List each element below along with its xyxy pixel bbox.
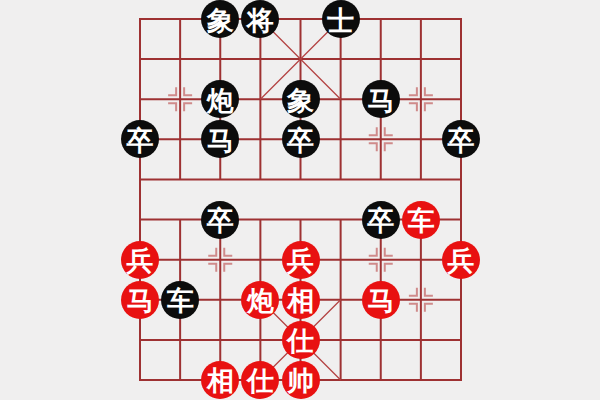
board-point-c3r4[interactable] — [240, 159, 280, 199]
board-point-c7r1[interactable] — [401, 39, 441, 79]
board-point-c5r3[interactable] — [321, 119, 361, 159]
piece-glyph: 兵 — [448, 247, 475, 274]
piece-glyph: 相 — [287, 287, 314, 314]
board-point-c7r7[interactable] — [401, 280, 441, 320]
piece-glyph: 马 — [127, 287, 154, 314]
board-point-c2r3[interactable]: 马 — [200, 119, 240, 159]
piece-black-cannon[interactable]: 炮 — [201, 80, 239, 118]
board-point-c4r8[interactable]: 仕 — [280, 320, 320, 360]
board-point-c3r6[interactable] — [240, 240, 280, 280]
piece-red-elephant[interactable]: 相 — [201, 361, 239, 399]
piece-glyph: 兵 — [127, 247, 154, 274]
piece-glyph: 仕 — [287, 327, 314, 354]
board-point-c2r1[interactable] — [200, 39, 240, 79]
board-point-c0r3[interactable]: 卒 — [120, 119, 160, 159]
board-point-c2r5[interactable]: 卒 — [200, 200, 240, 240]
board-point-c7r9[interactable] — [401, 360, 441, 400]
board-point-c6r9[interactable] — [361, 360, 401, 400]
board-point-c0r0[interactable] — [120, 0, 160, 39]
piece-glyph: 炮 — [207, 87, 234, 114]
board-point-c4r4[interactable] — [280, 159, 320, 199]
board-point-c7r6[interactable] — [401, 240, 441, 280]
piece-black-general[interactable]: 将 — [241, 0, 279, 38]
board-point-c1r8[interactable] — [160, 320, 200, 360]
board-point-c5r1[interactable] — [321, 39, 361, 79]
board-point-c8r6[interactable]: 兵 — [441, 240, 481, 280]
piece-glyph: 卒 — [287, 127, 314, 154]
piece-glyph: 马 — [207, 127, 234, 154]
board-point-c0r6[interactable]: 兵 — [120, 240, 160, 280]
board-point-c8r1[interactable] — [441, 39, 481, 79]
board-point-c8r9[interactable] — [441, 360, 481, 400]
piece-red-soldier[interactable]: 兵 — [121, 241, 159, 279]
board-point-c6r3[interactable] — [361, 119, 401, 159]
board-point-c2r7[interactable] — [200, 280, 240, 320]
piece-red-chariot[interactable]: 车 — [402, 201, 440, 239]
piece-red-soldier[interactable]: 兵 — [442, 241, 480, 279]
board-point-c1r9[interactable] — [160, 360, 200, 400]
board-point-c5r4[interactable] — [321, 159, 361, 199]
piece-red-advisor[interactable]: 仕 — [282, 321, 320, 359]
board-point-c2r9[interactable]: 相 — [200, 360, 240, 400]
board-point-c8r5[interactable] — [441, 200, 481, 240]
board-point-c5r8[interactable] — [321, 320, 361, 360]
piece-black-soldier[interactable]: 卒 — [362, 201, 400, 239]
board-point-c4r5[interactable] — [280, 200, 320, 240]
board-point-c7r3[interactable] — [401, 119, 441, 159]
piece-glyph: 车 — [167, 287, 194, 314]
piece-red-soldier[interactable]: 兵 — [282, 241, 320, 279]
board-point-c2r4[interactable] — [200, 159, 240, 199]
board-point-c2r2[interactable]: 炮 — [200, 79, 240, 119]
board-point-c3r8[interactable] — [240, 320, 280, 360]
board-point-c2r0[interactable]: 象 — [200, 0, 240, 39]
board-point-c1r3[interactable] — [160, 119, 200, 159]
board-point-c8r8[interactable] — [441, 320, 481, 360]
board-point-c3r9[interactable]: 仕 — [240, 360, 280, 400]
board-point-c5r2[interactable] — [321, 79, 361, 119]
board-point-c4r0[interactable] — [280, 0, 320, 39]
piece-black-elephant[interactable]: 象 — [201, 0, 239, 38]
piece-glyph: 兵 — [287, 247, 314, 274]
piece-glyph: 士 — [327, 7, 354, 34]
board-point-c2r6[interactable] — [200, 240, 240, 280]
board-point-c0r4[interactable] — [120, 159, 160, 199]
board-point-c3r5[interactable] — [240, 200, 280, 240]
piece-red-general[interactable]: 帅 — [282, 361, 320, 399]
piece-red-horse[interactable]: 马 — [121, 281, 159, 319]
piece-red-advisor[interactable]: 仕 — [241, 361, 279, 399]
piece-black-soldier[interactable]: 卒 — [121, 120, 159, 158]
board-point-c2r8[interactable] — [200, 320, 240, 360]
board-point-c1r7[interactable]: 车 — [160, 280, 200, 320]
board-point-c0r9[interactable] — [120, 360, 160, 400]
board-point-c0r5[interactable] — [120, 200, 160, 240]
board-point-c1r6[interactable] — [160, 240, 200, 280]
board-point-c6r4[interactable] — [361, 159, 401, 199]
board-point-c5r0[interactable]: 士 — [321, 0, 361, 39]
board-point-c4r9[interactable]: 帅 — [280, 360, 320, 400]
board-point-c4r1[interactable] — [280, 39, 320, 79]
piece-black-horse[interactable]: 马 — [362, 80, 400, 118]
board-point-c6r0[interactable] — [361, 0, 401, 39]
board-point-c4r7[interactable]: 相 — [280, 280, 320, 320]
piece-glyph: 炮 — [247, 287, 274, 314]
board-point-c1r0[interactable] — [160, 0, 200, 39]
piece-black-soldier[interactable]: 卒 — [282, 120, 320, 158]
xiangqi-board: 象将士炮象马卒马卒卒卒卒车兵兵兵马车炮相马仕相仕帅 — [120, 0, 481, 400]
board-point-c4r2[interactable]: 象 — [280, 79, 320, 119]
board-point-c6r8[interactable] — [361, 320, 401, 360]
piece-glyph: 卒 — [367, 207, 394, 234]
board-point-c1r2[interactable] — [160, 79, 200, 119]
board-point-c5r6[interactable] — [321, 240, 361, 280]
board-point-c4r3[interactable]: 卒 — [280, 119, 320, 159]
piece-glyph: 仕 — [247, 367, 274, 394]
piece-red-horse[interactable]: 马 — [362, 281, 400, 319]
board-point-c1r4[interactable] — [160, 159, 200, 199]
piece-black-elephant[interactable]: 象 — [282, 80, 320, 118]
board-point-c7r8[interactable] — [401, 320, 441, 360]
board-point-c3r2[interactable] — [240, 79, 280, 119]
board-point-c7r2[interactable] — [401, 79, 441, 119]
board-point-c7r5[interactable]: 车 — [401, 200, 441, 240]
board-point-c1r1[interactable] — [160, 39, 200, 79]
piece-glyph: 马 — [367, 287, 394, 314]
board-point-c5r5[interactable] — [321, 200, 361, 240]
board-point-c6r6[interactable] — [361, 240, 401, 280]
board-point-c1r5[interactable] — [160, 200, 200, 240]
piece-glyph: 马 — [367, 87, 394, 114]
piece-glyph: 象 — [207, 7, 234, 34]
board-point-c7r4[interactable] — [401, 159, 441, 199]
piece-black-soldier[interactable]: 卒 — [442, 120, 480, 158]
board-point-c0r8[interactable] — [120, 320, 160, 360]
piece-glyph: 象 — [287, 87, 314, 114]
board-point-c6r1[interactable] — [361, 39, 401, 79]
piece-black-chariot[interactable]: 车 — [161, 281, 199, 319]
board-point-c8r3[interactable]: 卒 — [441, 119, 481, 159]
piece-glyph: 车 — [407, 207, 434, 234]
board-point-c6r7[interactable]: 马 — [361, 280, 401, 320]
xiangqi-app-window: 象将士炮象马卒马卒卒卒卒车兵兵兵马车炮相马仕相仕帅 — [0, 0, 600, 400]
piece-black-soldier[interactable]: 卒 — [201, 201, 239, 239]
piece-glyph: 帅 — [287, 367, 314, 394]
board-point-c0r2[interactable] — [120, 79, 160, 119]
board-point-c8r2[interactable] — [441, 79, 481, 119]
piece-glyph: 卒 — [207, 207, 234, 234]
piece-black-advisor[interactable]: 士 — [322, 0, 360, 38]
piece-red-elephant[interactable]: 相 — [282, 281, 320, 319]
board-point-c8r7[interactable] — [441, 280, 481, 320]
piece-glyph: 相 — [207, 367, 234, 394]
piece-red-cannon[interactable]: 炮 — [241, 281, 279, 319]
board-point-c8r0[interactable] — [441, 0, 481, 39]
board-point-c0r7[interactable]: 马 — [120, 280, 160, 320]
board-point-c0r1[interactable] — [120, 39, 160, 79]
board-point-c3r7[interactable]: 炮 — [240, 280, 280, 320]
piece-glyph: 卒 — [448, 127, 475, 154]
piece-glyph: 卒 — [127, 127, 154, 154]
piece-glyph: 将 — [247, 7, 274, 34]
board-point-c4r6[interactable]: 兵 — [280, 240, 320, 280]
board-point-c7r0[interactable] — [401, 0, 441, 39]
board-point-c6r2[interactable]: 马 — [361, 79, 401, 119]
board-point-c3r1[interactable] — [240, 39, 280, 79]
board-point-c8r4[interactable] — [441, 159, 481, 199]
board-point-c6r5[interactable]: 卒 — [361, 200, 401, 240]
board-point-c5r7[interactable] — [321, 280, 361, 320]
board-point-c3r0[interactable]: 将 — [240, 0, 280, 39]
piece-black-horse[interactable]: 马 — [201, 120, 239, 158]
board-point-c5r9[interactable] — [321, 360, 361, 400]
board-point-c3r3[interactable] — [240, 119, 280, 159]
